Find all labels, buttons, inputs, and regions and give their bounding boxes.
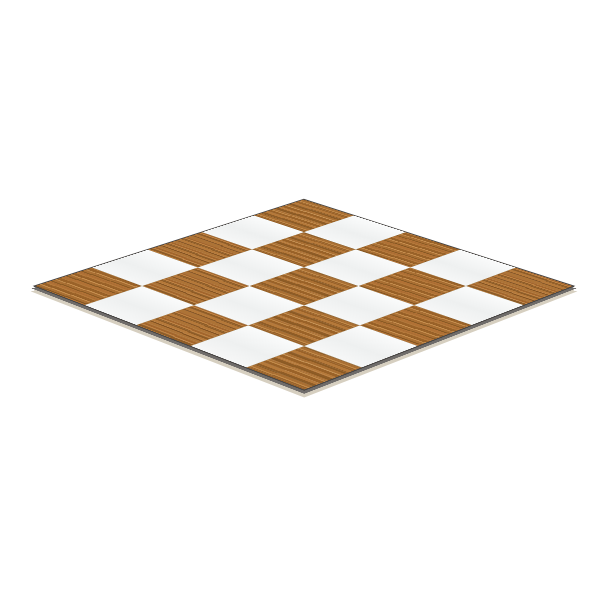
- board: [32, 199, 575, 391]
- product-image-canvas: [0, 0, 600, 600]
- perspective-scene: [0, 0, 600, 600]
